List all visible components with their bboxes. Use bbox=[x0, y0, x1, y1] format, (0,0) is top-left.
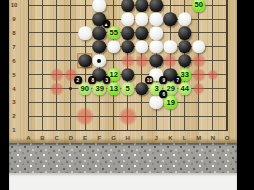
stone-white-J8 bbox=[149, 26, 163, 40]
rank-badge-8: 8 bbox=[88, 76, 96, 84]
right-letterbox bbox=[237, 0, 254, 190]
coord-number-6: 6 bbox=[12, 58, 15, 64]
coord-letter-H: H bbox=[126, 135, 130, 141]
coord-letter-G: G bbox=[111, 135, 116, 141]
rank-badge-6: 6 bbox=[159, 90, 167, 98]
stone-black-H10 bbox=[121, 0, 135, 12]
granite-strip bbox=[9, 143, 237, 173]
rank-badge-7: 7 bbox=[174, 76, 182, 84]
grid-line-vertical bbox=[212, 0, 213, 131]
go-board[interactable]: ABCDEFGHIJKLMNO123456789105055▲123390239… bbox=[0, 0, 254, 143]
move-label-50: 50 bbox=[192, 0, 205, 12]
stone-black-J10 bbox=[149, 0, 163, 12]
coord-letter-O: O bbox=[225, 135, 230, 141]
grid-line-vertical bbox=[56, 0, 57, 131]
ownership-blob bbox=[163, 54, 177, 68]
stone-white-K7 bbox=[164, 40, 178, 54]
coord-number-3: 3 bbox=[12, 99, 15, 105]
stone-black-L8 bbox=[178, 26, 192, 40]
stone-black-H7 bbox=[121, 40, 135, 54]
ownership-blob bbox=[135, 54, 149, 68]
stone-black-I10 bbox=[135, 0, 149, 12]
coord-letter-K: K bbox=[168, 135, 172, 141]
stone-white-M7 bbox=[192, 40, 206, 54]
coord-letter-N: N bbox=[211, 135, 215, 141]
grid-line-horizontal bbox=[28, 102, 228, 103]
coord-letter-A: A bbox=[26, 135, 30, 141]
move-label-90: 90 bbox=[78, 82, 91, 95]
rank-badge-▲: ▲ bbox=[103, 21, 111, 29]
grid-line-vertical bbox=[226, 0, 227, 131]
coord-number-1: 1 bbox=[12, 127, 15, 133]
coord-letter-J: J bbox=[154, 135, 157, 141]
coord-number-5: 5 bbox=[12, 72, 15, 78]
stone-black-L6 bbox=[178, 54, 192, 68]
ownership-blob bbox=[192, 82, 205, 95]
stone-white-I9 bbox=[135, 12, 149, 26]
ownership-blob bbox=[76, 107, 94, 125]
rank-badge-2: 2 bbox=[74, 76, 82, 84]
stone-white-H9 bbox=[121, 12, 135, 26]
coord-letter-E: E bbox=[83, 135, 87, 141]
move-label-55: 55 bbox=[107, 26, 120, 39]
left-letterbox bbox=[0, 0, 9, 190]
coord-number-9: 9 bbox=[12, 16, 15, 22]
coord-number-7: 7 bbox=[12, 44, 15, 50]
bottom-strip bbox=[9, 173, 237, 190]
grid-line-horizontal bbox=[28, 130, 228, 131]
move-label-13: 13 bbox=[107, 82, 120, 95]
stone-black-L7 bbox=[178, 40, 192, 54]
rank-badge-3: 3 bbox=[103, 76, 111, 84]
stone-white-E8 bbox=[78, 26, 92, 40]
stone-black-K9 bbox=[164, 12, 178, 26]
stone-white-G7 bbox=[107, 40, 121, 54]
move-label-5: 5 bbox=[121, 82, 134, 95]
stone-black-H5 bbox=[121, 68, 135, 82]
dot-marker bbox=[97, 59, 101, 63]
ownership-blob bbox=[207, 69, 218, 80]
stone-white-F10 bbox=[93, 0, 107, 12]
stone-white-J7 bbox=[149, 40, 163, 54]
coord-letter-C: C bbox=[55, 135, 59, 141]
stone-black-H8 bbox=[121, 26, 135, 40]
stone-white-L9 bbox=[178, 12, 192, 26]
rank-badge-10: 10 bbox=[145, 76, 153, 84]
coord-letter-F: F bbox=[97, 135, 101, 141]
stone-white-J9 bbox=[149, 12, 163, 26]
coord-number-4: 4 bbox=[12, 86, 15, 92]
coord-number-8: 8 bbox=[12, 30, 15, 36]
ownership-blob bbox=[119, 107, 137, 125]
coord-letter-D: D bbox=[69, 135, 73, 141]
stone-black-J6 bbox=[149, 54, 163, 68]
move-label-44: 44 bbox=[178, 82, 191, 95]
rank-badge-9: 9 bbox=[159, 76, 167, 84]
grid-line-vertical bbox=[70, 0, 71, 131]
ownership-blob bbox=[50, 82, 64, 96]
ownership-blob bbox=[192, 54, 206, 68]
coord-letter-B: B bbox=[40, 135, 44, 141]
stone-white-I7 bbox=[135, 40, 149, 54]
ownership-blob bbox=[121, 54, 135, 68]
coord-number-2: 2 bbox=[12, 113, 15, 119]
grid-line-vertical bbox=[113, 0, 114, 131]
app-screenshot: ABCDEFGHIJKLMNO123456789105055▲123390239… bbox=[0, 0, 254, 190]
move-label-19: 19 bbox=[164, 96, 177, 109]
coord-letter-I: I bbox=[141, 135, 143, 141]
coord-letter-L: L bbox=[183, 135, 187, 141]
move-label-39: 39 bbox=[93, 82, 106, 95]
stone-black-I8 bbox=[135, 26, 149, 40]
stone-black-F7 bbox=[93, 40, 107, 54]
coord-number-10: 10 bbox=[11, 2, 18, 8]
stone-black-E6 bbox=[78, 54, 92, 68]
coord-letter-M: M bbox=[196, 135, 201, 141]
grid-line-vertical bbox=[42, 0, 43, 131]
ownership-blob bbox=[50, 68, 64, 82]
ownership-blob bbox=[192, 68, 206, 82]
star-point bbox=[69, 87, 72, 90]
grid-line-vertical bbox=[28, 0, 29, 131]
